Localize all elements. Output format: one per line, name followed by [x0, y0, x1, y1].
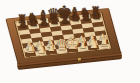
piece-white-bishop-c1[interactable]: ♝: [45, 40, 57, 54]
piece-black-pawn-b7[interactable]: ♟: [29, 18, 38, 28]
piece-white-knight-b1[interactable]: ♞: [35, 42, 47, 55]
piece-black-pawn-d7[interactable]: ♟: [50, 16, 59, 26]
piece-black-pawn-c7[interactable]: ♟: [40, 17, 49, 27]
chess-set-photo: ♜♞♝♛♚♝♞♜♟♟♟♟♟♟♟♟♟♟♟♟♟♟♟♟♜♞♝♛♚♝♞♜: [0, 0, 140, 83]
piece-black-pawn-e7[interactable]: ♟: [61, 15, 70, 25]
piece-black-pawn-a7[interactable]: ♟: [19, 19, 28, 29]
brass-latch-icon: [78, 58, 81, 61]
piece-white-knight-g1[interactable]: ♞: [88, 36, 100, 49]
piece-white-rook-a1[interactable]: ♜: [25, 44, 35, 56]
piece-black-pawn-f7[interactable]: ♟: [71, 14, 80, 24]
piece-black-pawn-g7[interactable]: ♟: [82, 12, 91, 22]
piece-white-rook-h1[interactable]: ♜: [99, 36, 109, 48]
piece-black-pawn-h7[interactable]: ♟: [92, 11, 101, 21]
